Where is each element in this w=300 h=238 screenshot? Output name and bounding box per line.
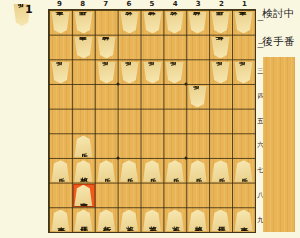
piece-41-gote[interactable]: 金将 bbox=[165, 12, 184, 34]
turn-indicator-label: 後手番 bbox=[262, 35, 295, 49]
piece-kanji: 歩兵 bbox=[102, 170, 110, 172]
piece-69-sente[interactable]: 金将 bbox=[120, 210, 139, 232]
star-point bbox=[185, 83, 188, 86]
piece-93-gote[interactable]: 歩兵 bbox=[51, 62, 70, 84]
piece-kanji: 香車 bbox=[56, 219, 64, 221]
star-point bbox=[116, 157, 119, 160]
piece-87-sente[interactable]: 銀将 bbox=[74, 160, 93, 182]
piece-kanji: 歩兵 bbox=[125, 71, 133, 73]
piece-kanji: 桂馬 bbox=[217, 22, 225, 24]
piece-19-sente[interactable]: 香車 bbox=[234, 210, 253, 232]
piece-51-gote[interactable]: 王将 bbox=[143, 12, 162, 34]
piece-kanji: 歩兵 bbox=[79, 145, 87, 147]
piece-kanji: 銀将 bbox=[102, 47, 110, 49]
piece-kanji: 金将 bbox=[125, 219, 133, 221]
piece-86-sente[interactable]: 歩兵 bbox=[74, 136, 93, 158]
piece-kanji: 金将 bbox=[171, 219, 179, 221]
piece-kanji: 歩兵 bbox=[56, 170, 64, 172]
piece-79-sente[interactable]: 角行 bbox=[97, 210, 116, 232]
file-label-2: 2 bbox=[210, 0, 233, 9]
piece-99-sente[interactable]: 香車 bbox=[51, 210, 70, 232]
piece-77-sente[interactable]: 歩兵 bbox=[97, 160, 116, 182]
piece-kanji: 歩兵 bbox=[148, 71, 156, 73]
piece-57-sente[interactable]: 歩兵 bbox=[143, 160, 162, 182]
piece-kanji: 角行 bbox=[102, 219, 110, 221]
piece-37-sente[interactable]: 歩兵 bbox=[188, 160, 207, 182]
piece-21-gote[interactable]: 桂馬 bbox=[211, 12, 230, 34]
star-point bbox=[116, 83, 119, 86]
piece-73-gote[interactable]: 歩兵 bbox=[97, 62, 116, 84]
file-label-3: 3 bbox=[187, 0, 210, 9]
piece-kanji: 桂馬 bbox=[217, 219, 225, 221]
piece-kanji: 歩兵 bbox=[148, 170, 156, 172]
piece-kanji: 歩兵 bbox=[217, 170, 225, 172]
piece-kanji: 王将 bbox=[148, 22, 156, 24]
shogi-app: 歩兵 1 987654321 香車桂馬金将王将金将銀将桂馬香車飛車銀将角行歩兵歩… bbox=[0, 0, 300, 238]
piece-17-sente[interactable]: 歩兵 bbox=[234, 160, 253, 182]
piece-81-gote[interactable]: 桂馬 bbox=[74, 12, 93, 34]
piece-kanji: 角行 bbox=[217, 47, 225, 49]
piece-kanji: 金将 bbox=[125, 22, 133, 24]
shogi-board[interactable]: 香車桂馬金将王将金将銀将桂馬香車飛車銀将角行歩兵歩兵歩兵歩兵歩兵歩兵歩兵歩兵歩兵… bbox=[48, 9, 256, 233]
piece-stand bbox=[263, 57, 295, 232]
piece-53-gote[interactable]: 歩兵 bbox=[143, 62, 162, 84]
piece-34-gote[interactable]: 歩兵 bbox=[188, 86, 207, 108]
piece-kanji: 香車 bbox=[56, 22, 64, 24]
piece-kanji: 歩兵 bbox=[56, 71, 64, 73]
piece-kanji: 歩兵 bbox=[240, 71, 248, 73]
piece-39-sente[interactable]: 銀将 bbox=[188, 210, 207, 232]
piece-11-gote[interactable]: 香車 bbox=[234, 12, 253, 34]
file-label-7: 7 bbox=[94, 0, 117, 9]
piece-63-gote[interactable]: 歩兵 bbox=[120, 62, 139, 84]
file-label-6: 6 bbox=[117, 0, 140, 9]
status-analyzing-label: 検討中 bbox=[262, 7, 295, 21]
piece-kanji: 飛車 bbox=[79, 47, 87, 49]
file-label-4: 4 bbox=[164, 0, 187, 9]
piece-kanji: 桂馬 bbox=[79, 22, 87, 24]
piece-kanji: 玉将 bbox=[148, 219, 156, 221]
file-labels: 987654321 bbox=[48, 0, 256, 9]
piece-kanji: 歩兵 bbox=[194, 170, 202, 172]
piece-kanji: 銀将 bbox=[194, 219, 202, 221]
gote-hand-pawn-count: 1 bbox=[25, 3, 33, 16]
piece-kanji: 歩兵 bbox=[125, 170, 133, 172]
piece-13-gote[interactable]: 歩兵 bbox=[234, 62, 253, 84]
piece-23-gote[interactable]: 歩兵 bbox=[211, 62, 230, 84]
piece-kanji: 歩兵 bbox=[102, 71, 110, 73]
piece-47-sente[interactable]: 歩兵 bbox=[165, 160, 184, 182]
piece-kanji: 歩兵 bbox=[240, 170, 248, 172]
file-label-1: 1 bbox=[233, 0, 256, 9]
piece-kanji: 歩兵 bbox=[171, 71, 179, 73]
file-label-9: 9 bbox=[48, 0, 71, 9]
piece-kanji: 金将 bbox=[171, 22, 179, 24]
piece-kanji: 歩兵 bbox=[217, 71, 225, 73]
piece-72-gote[interactable]: 銀将 bbox=[97, 37, 116, 59]
file-label-8: 8 bbox=[71, 0, 94, 9]
piece-49-sente[interactable]: 金将 bbox=[165, 210, 184, 232]
piece-82-gote[interactable]: 飛車 bbox=[74, 37, 93, 59]
piece-22-gote[interactable]: 角行 bbox=[211, 37, 230, 59]
piece-61-gote[interactable]: 金将 bbox=[120, 12, 139, 34]
piece-kanji: 桂馬 bbox=[79, 219, 87, 221]
piece-kanji: 香車 bbox=[240, 219, 248, 221]
piece-43-gote[interactable]: 歩兵 bbox=[165, 62, 184, 84]
star-point bbox=[185, 157, 188, 160]
piece-31-gote[interactable]: 銀将 bbox=[188, 12, 207, 34]
piece-kanji: 飛車 bbox=[79, 195, 87, 197]
piece-59-sente[interactable]: 玉将 bbox=[143, 210, 162, 232]
piece-67-sente[interactable]: 歩兵 bbox=[120, 160, 139, 182]
piece-27-sente[interactable]: 歩兵 bbox=[211, 160, 230, 182]
piece-kanji: 銀将 bbox=[79, 170, 87, 172]
piece-kanji: 歩兵 bbox=[194, 96, 202, 98]
piece-kanji: 歩兵 bbox=[171, 170, 179, 172]
piece-29-sente[interactable]: 桂馬 bbox=[211, 210, 230, 232]
file-label-5: 5 bbox=[140, 0, 163, 9]
piece-91-gote[interactable]: 香車 bbox=[51, 12, 70, 34]
piece-89-sente[interactable]: 桂馬 bbox=[74, 210, 93, 232]
piece-97-sente[interactable]: 歩兵 bbox=[51, 160, 70, 182]
piece-kanji: 銀将 bbox=[194, 22, 202, 24]
piece-kanji: 香車 bbox=[240, 22, 248, 24]
